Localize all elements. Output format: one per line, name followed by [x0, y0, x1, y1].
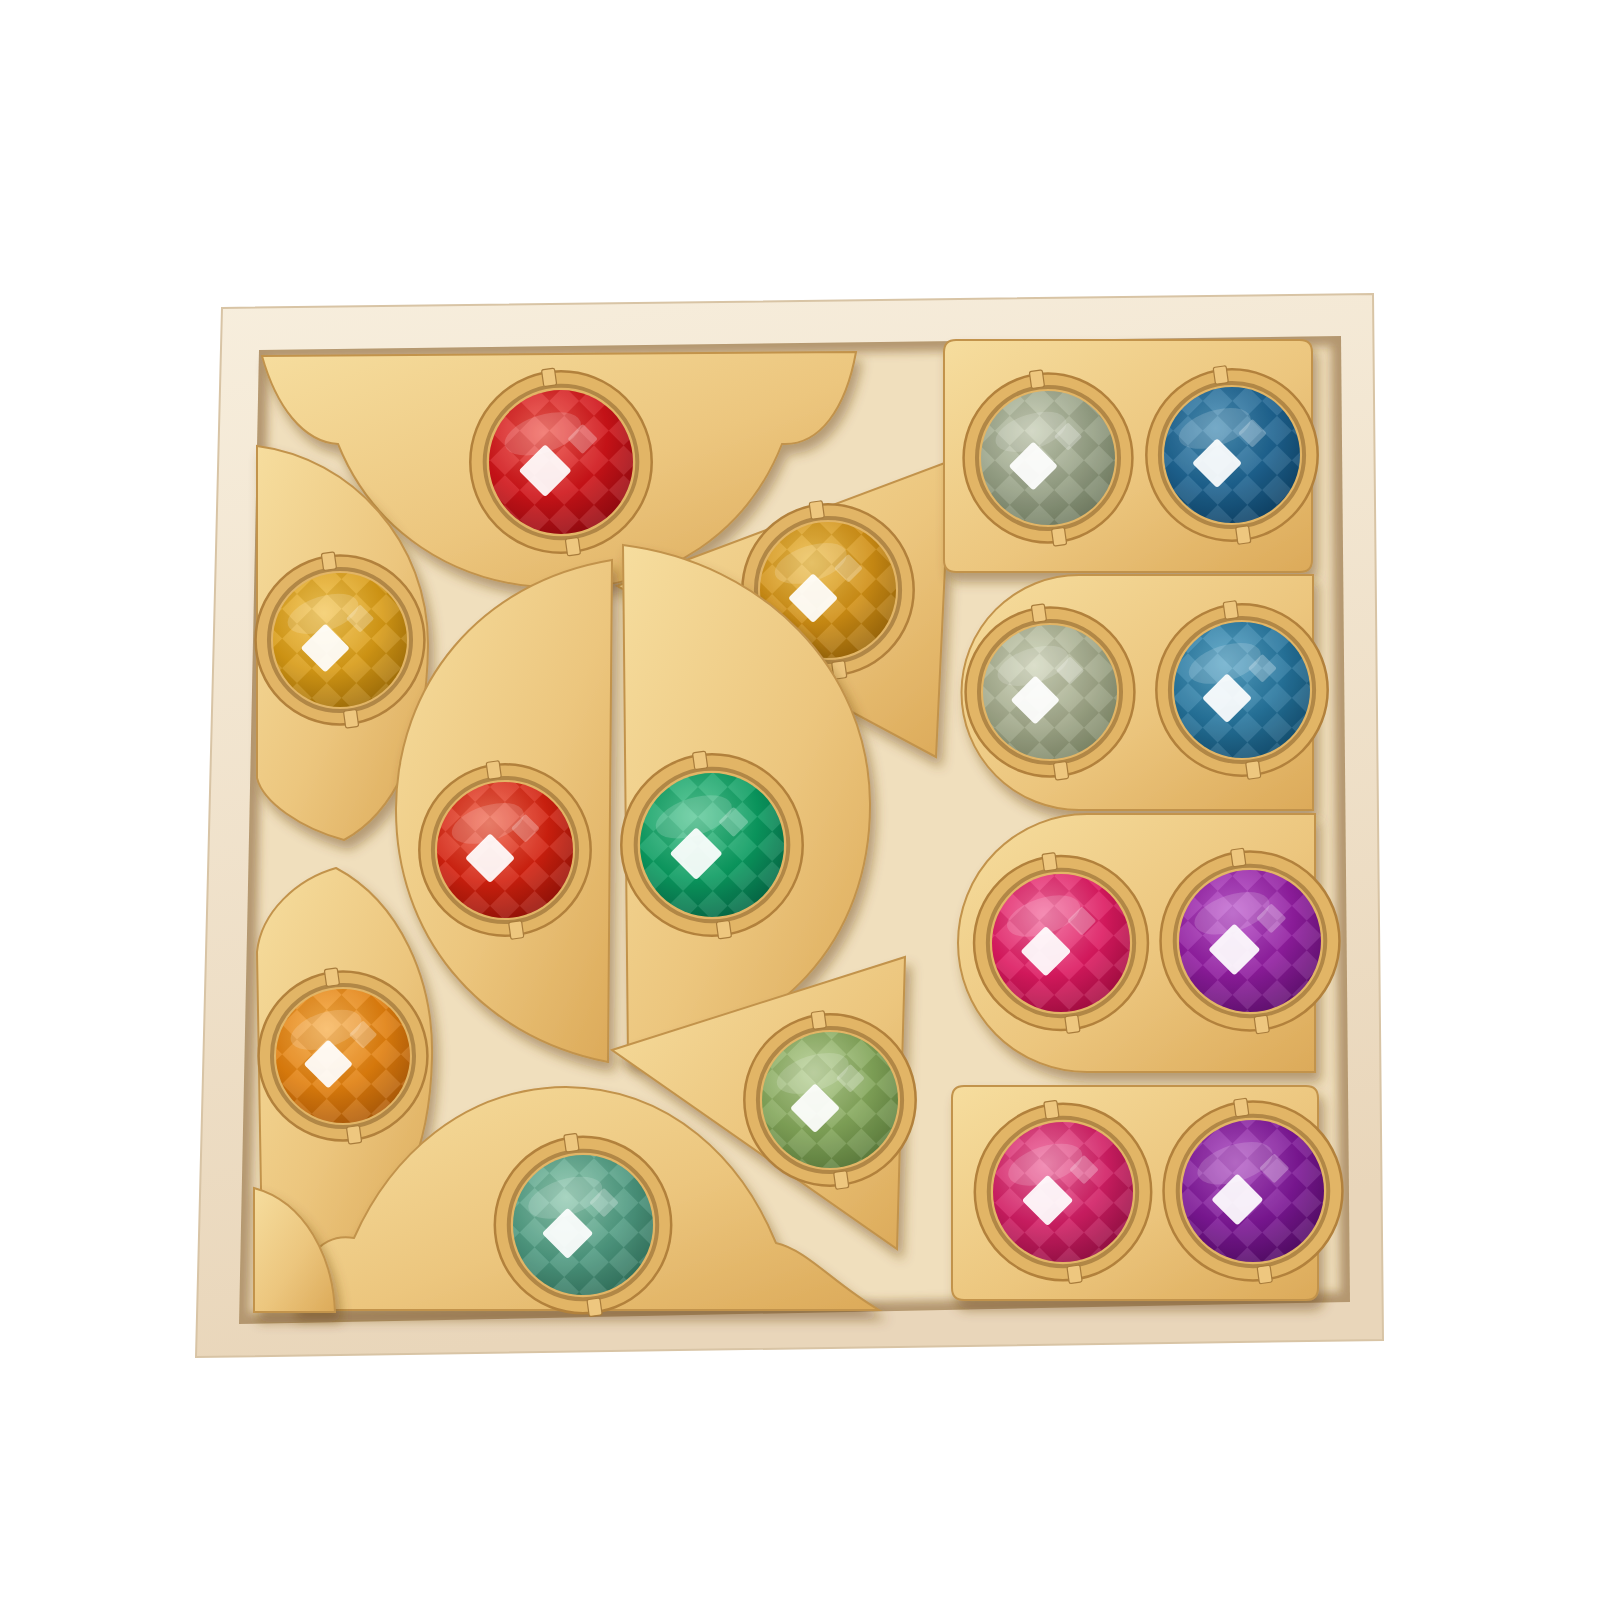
gem-prong-bottom [587, 1298, 602, 1317]
gem-prong-top [486, 761, 501, 780]
gem-orange [259, 968, 428, 1144]
gem-prong-top [1044, 1100, 1059, 1119]
gem-prong-top [1042, 853, 1057, 872]
block-arch-right-upper [962, 575, 1328, 810]
gem-prong-top [1234, 1098, 1249, 1117]
gem-blocks-scene [0, 0, 1600, 1600]
gem-prong-top [811, 1011, 826, 1030]
gem-prong-top [564, 1133, 579, 1152]
gem-pale-sage [966, 604, 1135, 780]
gem-prong-top [1031, 604, 1046, 623]
gem-prong-bottom [1067, 1265, 1082, 1284]
gem-ruby-red [470, 368, 651, 556]
gem-teal-green [495, 1133, 671, 1316]
block-rect-top-right [944, 340, 1318, 572]
gem-violet-purple [1164, 1098, 1343, 1284]
gem-prong-bottom [343, 709, 358, 728]
gem-prong-bottom [834, 1171, 849, 1190]
gem-prong-top [324, 968, 339, 987]
gem-prong-bottom [346, 1125, 361, 1144]
gem-prong-bottom [1051, 527, 1066, 546]
gem-prong-top [321, 552, 336, 571]
gem-prong-top [1213, 366, 1228, 385]
gem-prong-top [1029, 370, 1044, 389]
gem-steel-blue [1146, 366, 1317, 545]
gem-prong-bottom [509, 921, 524, 940]
gem-teal-blue [1156, 601, 1327, 780]
block-rect-bottom-right [952, 1086, 1342, 1300]
gem-prong-top [692, 751, 707, 770]
gem-prong-top [541, 368, 556, 387]
gem-pink-magenta [974, 853, 1148, 1034]
product-photo [0, 0, 1600, 1600]
gem-olive-green [744, 1011, 915, 1190]
gem-prong-bottom [565, 537, 580, 556]
block-arch-right-lower [958, 814, 1339, 1072]
gem-prong-top [1231, 848, 1246, 867]
gem-prong-top [1223, 601, 1238, 620]
gem-prong-bottom [1254, 1015, 1269, 1034]
gem-prong-bottom [1246, 761, 1261, 780]
gem-red [419, 761, 590, 940]
gem-magenta [975, 1100, 1151, 1283]
gem-gray-sage [964, 370, 1133, 546]
gem-prong-bottom [1236, 526, 1251, 545]
gem-golden-yellow [256, 552, 425, 728]
gem-emerald-green [621, 751, 802, 939]
gem-prong-bottom [716, 920, 731, 939]
gem-prong-bottom [1053, 761, 1068, 780]
gem-prong-bottom [1065, 1015, 1080, 1034]
gem-prong-bottom [1257, 1265, 1272, 1284]
gem-purple [1161, 848, 1340, 1034]
gem-prong-top [809, 501, 824, 520]
